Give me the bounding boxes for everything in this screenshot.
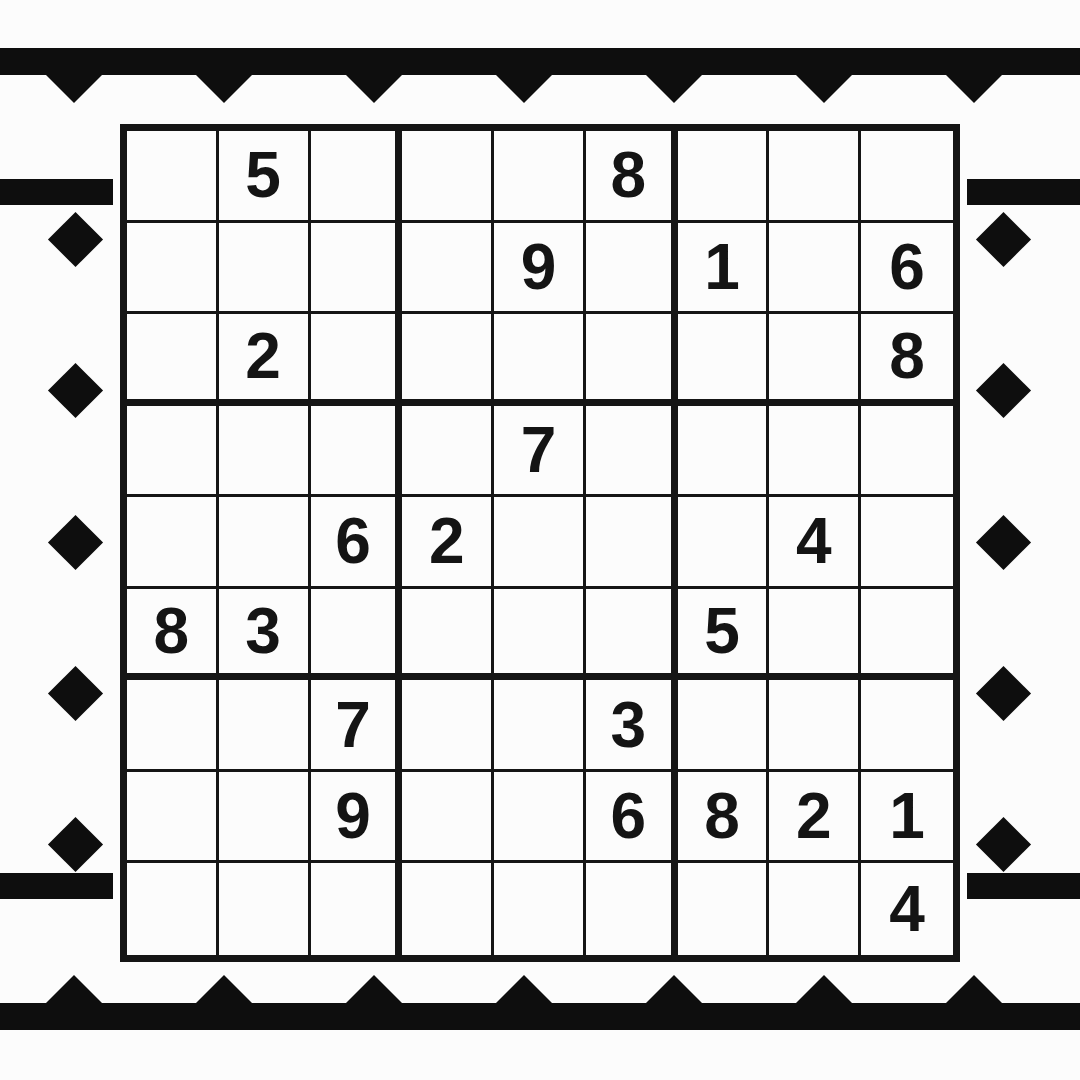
given-digit: 8 [610, 143, 646, 207]
puzzle-page: 5891628762483573968214 [0, 0, 1080, 1080]
diamond-icon [976, 212, 1031, 267]
cell-r2c7[interactable]: 1 [678, 223, 770, 315]
triangle-icon [495, 975, 553, 1004]
cell-r8c6[interactable]: 6 [586, 772, 678, 864]
cell-r8c7[interactable]: 8 [678, 772, 770, 864]
cell-r2c4[interactable] [402, 223, 494, 315]
cell-r1c2[interactable]: 5 [219, 131, 311, 223]
cell-r8c1[interactable] [127, 772, 219, 864]
cell-r2c1[interactable] [127, 223, 219, 315]
cell-r5c6[interactable] [586, 497, 678, 589]
triangle-icon [945, 975, 1003, 1004]
cell-r3c8[interactable] [769, 314, 861, 406]
cell-r1c9[interactable] [861, 131, 953, 223]
diamond-icon [976, 817, 1031, 872]
cell-r8c4[interactable] [402, 772, 494, 864]
given-digit: 8 [704, 784, 740, 848]
diamond-icon [48, 363, 103, 418]
cell-r7c7[interactable] [678, 680, 770, 772]
given-digit: 7 [335, 693, 371, 757]
cell-r2c5[interactable]: 9 [494, 223, 586, 315]
cell-r9c2[interactable] [219, 863, 311, 955]
cell-r5c3[interactable]: 6 [311, 497, 403, 589]
cell-r4c4[interactable] [402, 406, 494, 498]
triangle-icon [45, 74, 103, 103]
diamond-icon [48, 515, 103, 570]
left-top-bar [0, 179, 113, 205]
given-digit: 9 [335, 784, 371, 848]
given-digit: 5 [245, 143, 281, 207]
cell-r2c8[interactable] [769, 223, 861, 315]
given-digit: 6 [889, 235, 925, 299]
cell-r9c7[interactable] [678, 863, 770, 955]
cell-r4c5[interactable]: 7 [494, 406, 586, 498]
given-digit: 8 [889, 324, 925, 388]
right-bottom-bar [967, 873, 1080, 899]
triangle-icon [45, 975, 103, 1004]
cell-r6c3[interactable] [311, 589, 403, 681]
given-digit: 1 [704, 235, 740, 299]
cell-r5c7[interactable] [678, 497, 770, 589]
given-digit: 4 [889, 877, 925, 941]
cell-r6c7[interactable]: 5 [678, 589, 770, 681]
triangle-icon [645, 975, 703, 1004]
cell-r4c7[interactable] [678, 406, 770, 498]
diamond-icon [48, 817, 103, 872]
cell-r7c8[interactable] [769, 680, 861, 772]
cell-r1c6[interactable]: 8 [586, 131, 678, 223]
cell-r9c5[interactable] [494, 863, 586, 955]
cell-r6c9[interactable] [861, 589, 953, 681]
top-border-band [0, 48, 1080, 75]
cell-r6c5[interactable] [494, 589, 586, 681]
triangle-icon [345, 74, 403, 103]
cell-r8c5[interactable] [494, 772, 586, 864]
given-digit: 5 [704, 599, 740, 663]
cell-r1c1[interactable] [127, 131, 219, 223]
triangle-icon [345, 975, 403, 1004]
given-digit: 2 [429, 509, 465, 573]
cell-r3c5[interactable] [494, 314, 586, 406]
cell-r7c6[interactable]: 3 [586, 680, 678, 772]
cell-r5c8[interactable]: 4 [769, 497, 861, 589]
triangle-icon [795, 74, 853, 103]
cell-r5c9[interactable] [861, 497, 953, 589]
cell-r4c2[interactable] [219, 406, 311, 498]
cell-r3c6[interactable] [586, 314, 678, 406]
cell-r8c2[interactable] [219, 772, 311, 864]
cell-r4c6[interactable] [586, 406, 678, 498]
given-digit: 8 [154, 599, 190, 663]
triangle-icon [495, 74, 553, 103]
given-digit: 3 [245, 599, 281, 663]
cell-r7c3[interactable]: 7 [311, 680, 403, 772]
cell-r9c6[interactable] [586, 863, 678, 955]
given-digit: 9 [521, 235, 557, 299]
diamond-icon [976, 515, 1031, 570]
given-digit: 6 [335, 509, 371, 573]
cell-r9c4[interactable] [402, 863, 494, 955]
cell-r9c9[interactable]: 4 [861, 863, 953, 955]
cell-r1c4[interactable] [402, 131, 494, 223]
cell-r5c2[interactable] [219, 497, 311, 589]
cell-r3c2[interactable]: 2 [219, 314, 311, 406]
triangle-icon [645, 74, 703, 103]
cell-r5c5[interactable] [494, 497, 586, 589]
right-top-bar [967, 179, 1080, 205]
cell-r7c4[interactable] [402, 680, 494, 772]
cell-r4c3[interactable] [311, 406, 403, 498]
given-digit: 2 [796, 784, 832, 848]
diamond-icon [48, 212, 103, 267]
cell-r9c1[interactable] [127, 863, 219, 955]
cell-r3c9[interactable]: 8 [861, 314, 953, 406]
cell-r2c6[interactable] [586, 223, 678, 315]
cell-r2c9[interactable]: 6 [861, 223, 953, 315]
cell-r7c9[interactable] [861, 680, 953, 772]
cell-r7c5[interactable] [494, 680, 586, 772]
cell-r5c1[interactable] [127, 497, 219, 589]
cell-r9c8[interactable] [769, 863, 861, 955]
cell-r3c7[interactable] [678, 314, 770, 406]
cell-r3c1[interactable] [127, 314, 219, 406]
triangle-icon [945, 74, 1003, 103]
given-digit: 1 [889, 784, 925, 848]
diamond-icon [48, 666, 103, 721]
cell-r2c3[interactable] [311, 223, 403, 315]
cell-r4c1[interactable] [127, 406, 219, 498]
cell-r2c2[interactable] [219, 223, 311, 315]
diamond-icon [976, 363, 1031, 418]
cell-r1c8[interactable] [769, 131, 861, 223]
diamond-icon [976, 666, 1031, 721]
cell-r8c3[interactable]: 9 [311, 772, 403, 864]
triangle-icon [795, 975, 853, 1004]
cell-r9c3[interactable] [311, 863, 403, 955]
cell-r6c8[interactable] [769, 589, 861, 681]
cell-r1c7[interactable] [678, 131, 770, 223]
cell-r4c8[interactable] [769, 406, 861, 498]
given-digit: 6 [610, 784, 646, 848]
cell-r3c3[interactable] [311, 314, 403, 406]
bottom-border-band [0, 1003, 1080, 1030]
triangle-icon [195, 975, 253, 1004]
cell-r1c5[interactable] [494, 131, 586, 223]
given-digit: 3 [610, 693, 646, 757]
cell-r5c4[interactable]: 2 [402, 497, 494, 589]
cell-r7c2[interactable] [219, 680, 311, 772]
cell-r6c2[interactable]: 3 [219, 589, 311, 681]
cell-r8c8[interactable]: 2 [769, 772, 861, 864]
cell-r1c3[interactable] [311, 131, 403, 223]
sudoku-grid: 5891628762483573968214 [120, 124, 960, 962]
given-digit: 2 [245, 324, 281, 388]
cell-r6c6[interactable] [586, 589, 678, 681]
left-bottom-bar [0, 873, 113, 899]
cell-r4c9[interactable] [861, 406, 953, 498]
cell-r6c1[interactable]: 8 [127, 589, 219, 681]
cell-r6c4[interactable] [402, 589, 494, 681]
cell-r8c9[interactable]: 1 [861, 772, 953, 864]
cell-r7c1[interactable] [127, 680, 219, 772]
cell-r3c4[interactable] [402, 314, 494, 406]
triangle-icon [195, 74, 253, 103]
given-digit: 4 [796, 509, 832, 573]
given-digit: 7 [521, 418, 557, 482]
